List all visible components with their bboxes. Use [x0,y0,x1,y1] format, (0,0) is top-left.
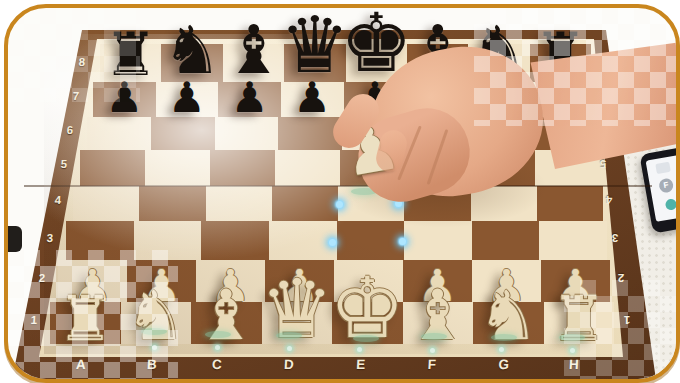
felt-glow [491,334,517,341]
edge-led [357,347,362,352]
rounded-photo-panel: F ABCDEFGH1122334455667788 ♜♞♝♛♚♝♞♜♟♟♟♟♟… [4,4,680,383]
edge-led [430,348,435,353]
felt-glow [559,334,585,341]
led-corner-e4 [399,238,406,245]
edge-led [215,345,220,350]
led-corner-e4 [329,239,336,246]
edge-led [287,346,292,351]
felt-glow [353,335,379,342]
led-corner-e4 [336,201,343,208]
felt-glow [421,333,447,340]
screenshot: F ABCDEFGH1122334455667788 ♜♞♝♛♚♝♞♜♟♟♟♟♟… [0,0,680,383]
felt-glow [141,328,167,335]
felt-glow [276,332,302,339]
felt-glow [205,331,231,338]
edge-led [570,348,575,353]
edge-led [152,345,157,350]
edge-led [499,347,504,352]
